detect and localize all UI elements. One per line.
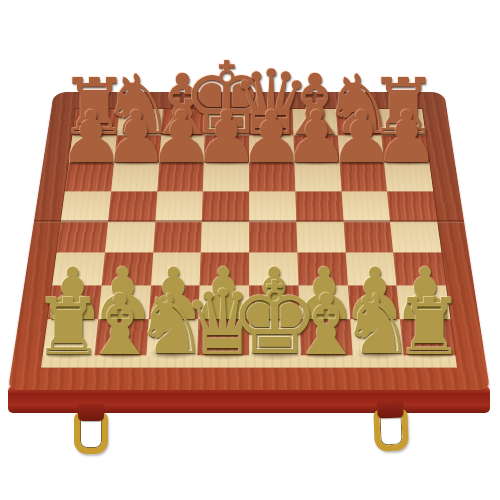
piece-black-pawn[interactable]: ♟ (375, 101, 440, 173)
pieces-overlay: ♜♞♝♚♛♝♞♜♟♟♟♟♟♟♟♟♟♟♟♟♟♟♟♟♜♝♞♛♚♝♞♜ (0, 0, 500, 500)
product-photo: ♜♞♝♚♛♝♞♜♟♟♟♟♟♟♟♟♟♟♟♟♟♟♟♟♜♝♞♛♚♝♞♜ (0, 0, 500, 500)
piece-white-rook[interactable]: ♜ (395, 288, 465, 366)
